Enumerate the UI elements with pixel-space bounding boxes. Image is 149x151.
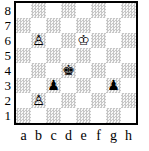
square-f5[interactable] — [91, 48, 106, 63]
square-d6[interactable] — [61, 33, 76, 48]
square-b1[interactable] — [31, 108, 46, 123]
file-label-g: g — [106, 125, 121, 146]
square-b4[interactable] — [31, 63, 46, 78]
square-a2[interactable] — [16, 93, 31, 108]
square-g6[interactable] — [106, 33, 121, 48]
square-g1[interactable] — [106, 108, 121, 123]
square-g5[interactable] — [106, 48, 121, 63]
square-b2[interactable]: ♙ — [31, 93, 46, 108]
square-h2[interactable] — [121, 93, 136, 108]
file-labels: abcdefgh — [16, 125, 140, 146]
square-g7[interactable] — [106, 18, 121, 33]
square-c7[interactable] — [46, 18, 61, 33]
rank-label-5: 5 — [0, 48, 14, 63]
square-e3[interactable] — [76, 78, 91, 93]
square-b7[interactable] — [31, 18, 46, 33]
square-h6[interactable] — [121, 33, 136, 48]
chess-diagram: 87654321 ♙♔♚♟♟♙ abcdefgh — [0, 0, 149, 151]
white-king: ♔ — [76, 33, 91, 48]
square-b3[interactable] — [31, 78, 46, 93]
square-f1[interactable] — [91, 108, 106, 123]
square-h4[interactable] — [121, 63, 136, 78]
rank-label-3: 3 — [0, 78, 14, 93]
square-b6[interactable]: ♙ — [31, 33, 46, 48]
rank-label-8: 8 — [0, 3, 14, 18]
rank-label-2: 2 — [0, 93, 14, 108]
board-with-rank-labels: 87654321 ♙♔♚♟♟♙ — [0, 0, 149, 125]
chess-board: ♙♔♚♟♟♙ — [14, 1, 138, 125]
square-d2[interactable] — [61, 93, 76, 108]
square-a8[interactable] — [16, 3, 31, 18]
square-c3[interactable]: ♟ — [46, 78, 61, 93]
square-c4[interactable] — [46, 63, 61, 78]
file-label-a: a — [16, 125, 31, 146]
file-label-f: f — [91, 125, 106, 146]
square-a3[interactable] — [16, 78, 31, 93]
square-c6[interactable] — [46, 33, 61, 48]
square-e1[interactable] — [76, 108, 91, 123]
file-label-e: e — [76, 125, 91, 146]
square-a4[interactable] — [16, 63, 31, 78]
square-g4[interactable] — [106, 63, 121, 78]
square-h5[interactable] — [121, 48, 136, 63]
rank-label-1: 1 — [0, 108, 14, 123]
square-h8[interactable] — [121, 3, 136, 18]
square-a5[interactable] — [16, 48, 31, 63]
square-g3[interactable]: ♟ — [106, 78, 121, 93]
square-e4[interactable] — [76, 63, 91, 78]
square-d4[interactable]: ♚ — [61, 63, 76, 78]
rank-label-4: 4 — [0, 63, 14, 78]
square-b8[interactable] — [31, 3, 46, 18]
square-e6[interactable]: ♔ — [76, 33, 91, 48]
square-c1[interactable] — [46, 108, 61, 123]
square-f4[interactable] — [91, 63, 106, 78]
square-a1[interactable] — [16, 108, 31, 123]
square-f6[interactable] — [91, 33, 106, 48]
square-h1[interactable] — [121, 108, 136, 123]
file-label-h: h — [121, 125, 136, 146]
black-pawn: ♟ — [46, 78, 61, 93]
black-pawn: ♟ — [106, 78, 121, 93]
black-king: ♚ — [61, 63, 76, 78]
square-f2[interactable] — [91, 93, 106, 108]
square-d3[interactable] — [61, 78, 76, 93]
square-g8[interactable] — [106, 3, 121, 18]
square-e2[interactable] — [76, 93, 91, 108]
white-pawn: ♙ — [31, 93, 46, 108]
square-b5[interactable] — [31, 48, 46, 63]
square-c8[interactable] — [46, 3, 61, 18]
square-c5[interactable] — [46, 48, 61, 63]
square-a7[interactable] — [16, 18, 31, 33]
square-g2[interactable] — [106, 93, 121, 108]
square-c2[interactable] — [46, 93, 61, 108]
square-d8[interactable] — [61, 3, 76, 18]
square-e5[interactable] — [76, 48, 91, 63]
square-f3[interactable] — [91, 78, 106, 93]
square-a6[interactable] — [16, 33, 31, 48]
square-e7[interactable] — [76, 18, 91, 33]
square-f8[interactable] — [91, 3, 106, 18]
square-e8[interactable] — [76, 3, 91, 18]
file-label-c: c — [46, 125, 61, 146]
square-h7[interactable] — [121, 18, 136, 33]
file-label-d: d — [61, 125, 76, 146]
square-d5[interactable] — [61, 48, 76, 63]
file-label-b: b — [31, 125, 46, 146]
rank-labels: 87654321 — [0, 3, 14, 123]
square-d1[interactable] — [61, 108, 76, 123]
rank-label-6: 6 — [0, 33, 14, 48]
white-pawn: ♙ — [31, 33, 46, 48]
square-h3[interactable] — [121, 78, 136, 93]
square-f7[interactable] — [91, 18, 106, 33]
rank-label-7: 7 — [0, 18, 14, 33]
square-d7[interactable] — [61, 18, 76, 33]
